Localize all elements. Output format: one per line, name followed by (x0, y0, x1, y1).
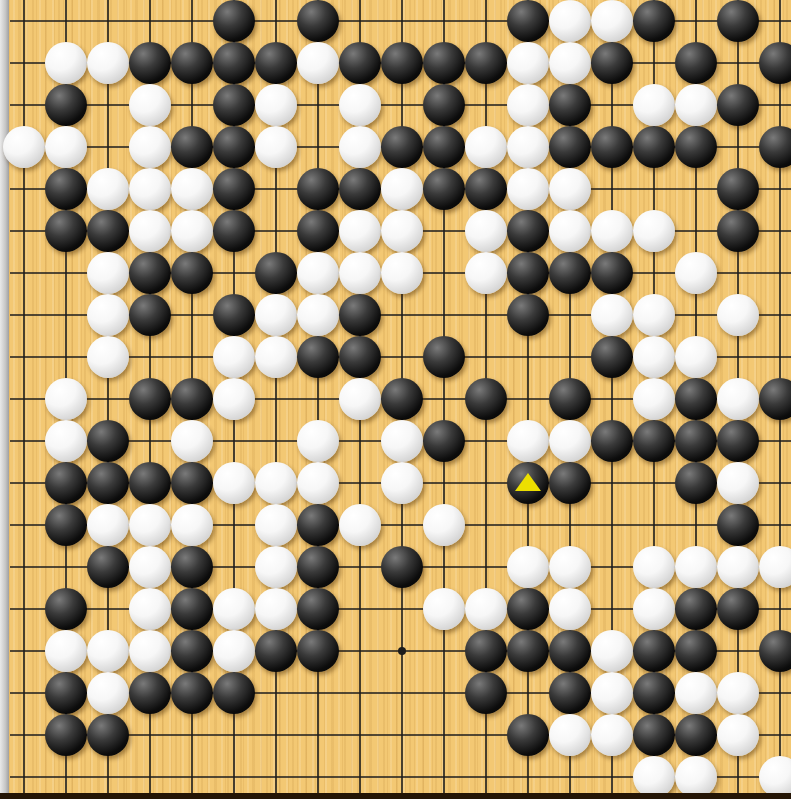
stone-black[interactable] (591, 126, 633, 168)
stone-black[interactable] (717, 210, 759, 252)
stone-black[interactable] (45, 210, 87, 252)
stone-black[interactable] (213, 168, 255, 210)
stone-white[interactable] (129, 84, 171, 126)
stone-white[interactable] (465, 210, 507, 252)
stone-white[interactable] (507, 126, 549, 168)
stone-black[interactable] (45, 714, 87, 756)
stone-white[interactable] (213, 378, 255, 420)
stone-black[interactable] (87, 546, 129, 588)
stone-black[interactable] (297, 630, 339, 672)
stone-white[interactable] (549, 168, 591, 210)
stone-black[interactable] (591, 252, 633, 294)
stone-white[interactable] (465, 252, 507, 294)
stone-white[interactable] (213, 336, 255, 378)
stone-black[interactable] (297, 588, 339, 630)
stone-black[interactable] (465, 168, 507, 210)
stone-white[interactable] (129, 168, 171, 210)
stone-black[interactable] (213, 0, 255, 42)
stone-white[interactable] (507, 84, 549, 126)
stone-black[interactable] (423, 42, 465, 84)
stone-black[interactable] (507, 630, 549, 672)
bottom-border-strip (0, 793, 791, 799)
stone-white[interactable] (297, 462, 339, 504)
stone-black[interactable] (633, 0, 675, 42)
stone-white[interactable] (129, 126, 171, 168)
stone-white[interactable] (45, 126, 87, 168)
stone-black[interactable] (633, 630, 675, 672)
stone-white[interactable] (465, 126, 507, 168)
stone-white[interactable] (675, 672, 717, 714)
stone-black[interactable] (549, 672, 591, 714)
stone-white[interactable] (87, 630, 129, 672)
stone-black[interactable] (213, 84, 255, 126)
stone-black[interactable] (717, 84, 759, 126)
stone-white[interactable] (633, 336, 675, 378)
stone-black[interactable] (381, 546, 423, 588)
stone-white[interactable] (633, 210, 675, 252)
stone-white[interactable] (591, 210, 633, 252)
stone-black[interactable] (45, 588, 87, 630)
stone-black[interactable] (171, 378, 213, 420)
stone-black[interactable] (339, 42, 381, 84)
stone-white[interactable] (591, 714, 633, 756)
stone-white[interactable] (171, 168, 213, 210)
stone-white[interactable] (339, 378, 381, 420)
stone-white[interactable] (675, 84, 717, 126)
stone-white[interactable] (213, 588, 255, 630)
stone-white[interactable] (297, 252, 339, 294)
stone-black[interactable] (171, 546, 213, 588)
stone-white[interactable] (633, 756, 675, 798)
stone-black[interactable] (129, 294, 171, 336)
stone-black[interactable] (717, 588, 759, 630)
stone-white[interactable] (717, 672, 759, 714)
stone-white[interactable] (87, 168, 129, 210)
stone-black[interactable] (87, 210, 129, 252)
stone-black[interactable] (297, 504, 339, 546)
stone-white[interactable] (255, 126, 297, 168)
stone-black[interactable] (507, 0, 549, 42)
stone-white[interactable] (339, 126, 381, 168)
stone-white[interactable] (255, 336, 297, 378)
stone-black[interactable] (717, 420, 759, 462)
stone-white[interactable] (339, 252, 381, 294)
stone-black[interactable] (255, 42, 297, 84)
stone-black[interactable] (45, 504, 87, 546)
stone-black[interactable] (45, 672, 87, 714)
stone-black[interactable] (255, 630, 297, 672)
stone-black[interactable] (423, 420, 465, 462)
stone-white[interactable] (339, 84, 381, 126)
stone-white[interactable] (213, 462, 255, 504)
stone-black[interactable] (591, 420, 633, 462)
stone-white[interactable] (549, 42, 591, 84)
stone-white[interactable] (171, 210, 213, 252)
stone-black[interactable] (507, 252, 549, 294)
stone-black[interactable] (675, 378, 717, 420)
stone-black[interactable] (675, 420, 717, 462)
stone-black[interactable] (591, 42, 633, 84)
stone-black[interactable] (423, 168, 465, 210)
stone-black[interactable] (591, 336, 633, 378)
stone-black[interactable] (45, 168, 87, 210)
stone-black[interactable] (339, 294, 381, 336)
stone-black[interactable] (633, 672, 675, 714)
stone-white[interactable] (297, 42, 339, 84)
stone-black[interactable] (171, 252, 213, 294)
stone-black[interactable] (549, 252, 591, 294)
stone-black[interactable] (717, 0, 759, 42)
stone-black[interactable] (129, 252, 171, 294)
stone-black[interactable] (87, 420, 129, 462)
stone-white[interactable] (87, 672, 129, 714)
stone-white[interactable] (129, 210, 171, 252)
stone-white[interactable] (633, 84, 675, 126)
stone-black[interactable] (45, 462, 87, 504)
stone-black[interactable] (423, 84, 465, 126)
stone-white[interactable] (255, 84, 297, 126)
stone-black[interactable] (675, 714, 717, 756)
stone-white[interactable] (3, 126, 45, 168)
stone-white[interactable] (675, 336, 717, 378)
stone-black[interactable] (129, 378, 171, 420)
stone-white[interactable] (633, 294, 675, 336)
stone-black[interactable] (297, 210, 339, 252)
stone-black[interactable] (171, 630, 213, 672)
stone-white[interactable] (213, 630, 255, 672)
stone-black[interactable] (213, 672, 255, 714)
stone-white[interactable] (255, 546, 297, 588)
stone-black[interactable] (717, 168, 759, 210)
stone-white[interactable] (129, 630, 171, 672)
stone-black[interactable] (171, 588, 213, 630)
stone-white[interactable] (45, 420, 87, 462)
stone-white[interactable] (717, 546, 759, 588)
stone-white[interactable] (591, 672, 633, 714)
stone-black[interactable] (381, 42, 423, 84)
stone-white[interactable] (549, 546, 591, 588)
stone-white[interactable] (633, 378, 675, 420)
stone-white[interactable] (255, 504, 297, 546)
stone-black[interactable] (507, 294, 549, 336)
stone-black[interactable] (633, 420, 675, 462)
stone-white[interactable] (549, 0, 591, 42)
stone-black[interactable] (213, 294, 255, 336)
stone-white[interactable] (549, 210, 591, 252)
stone-black[interactable] (633, 714, 675, 756)
stone-black[interactable] (423, 336, 465, 378)
stone-white[interactable] (381, 420, 423, 462)
stone-black[interactable] (129, 672, 171, 714)
stone-white[interactable] (717, 378, 759, 420)
stone-black[interactable] (87, 462, 129, 504)
stone-black[interactable] (171, 42, 213, 84)
stone-black[interactable] (465, 42, 507, 84)
stone-white[interactable] (171, 504, 213, 546)
stone-black[interactable] (675, 126, 717, 168)
stone-black[interactable] (87, 714, 129, 756)
stone-black[interactable] (675, 588, 717, 630)
stone-black[interactable] (171, 126, 213, 168)
stone-black[interactable] (129, 462, 171, 504)
stone-white[interactable] (87, 294, 129, 336)
stone-black[interactable] (297, 336, 339, 378)
stone-black[interactable] (255, 252, 297, 294)
stone-white[interactable] (717, 714, 759, 756)
stone-white[interactable] (633, 546, 675, 588)
stone-black[interactable] (213, 42, 255, 84)
stone-white[interactable] (591, 0, 633, 42)
stone-black[interactable] (171, 672, 213, 714)
stone-white[interactable] (381, 462, 423, 504)
stone-black[interactable] (297, 546, 339, 588)
stone-white[interactable] (507, 420, 549, 462)
stone-white[interactable] (255, 294, 297, 336)
stone-black[interactable] (675, 462, 717, 504)
stone-white[interactable] (45, 630, 87, 672)
stone-black[interactable] (213, 210, 255, 252)
stone-white[interactable] (675, 252, 717, 294)
stone-black[interactable] (381, 126, 423, 168)
stone-white[interactable] (549, 420, 591, 462)
stone-black[interactable] (297, 0, 339, 42)
stone-black[interactable] (507, 210, 549, 252)
stone-black[interactable] (549, 630, 591, 672)
stone-black[interactable] (507, 588, 549, 630)
stone-black[interactable] (549, 462, 591, 504)
stone-white[interactable] (633, 588, 675, 630)
stone-white[interactable] (129, 504, 171, 546)
stone-white[interactable] (87, 42, 129, 84)
stone-white[interactable] (507, 42, 549, 84)
stone-white[interactable] (675, 756, 717, 798)
stone-white[interactable] (87, 252, 129, 294)
stone-white[interactable] (507, 168, 549, 210)
stone-black[interactable] (45, 84, 87, 126)
stone-white[interactable] (297, 294, 339, 336)
stone-black[interactable] (717, 504, 759, 546)
stone-white[interactable] (423, 504, 465, 546)
stone-white[interactable] (45, 378, 87, 420)
stone-white[interactable] (297, 420, 339, 462)
stone-black[interactable] (465, 672, 507, 714)
stone-white[interactable] (381, 168, 423, 210)
stone-black[interactable] (213, 126, 255, 168)
triangle-marker (515, 473, 541, 491)
stone-black[interactable] (339, 336, 381, 378)
stone-white[interactable] (717, 462, 759, 504)
stone-white[interactable] (717, 294, 759, 336)
stone-black[interactable] (549, 378, 591, 420)
stone-white[interactable] (549, 588, 591, 630)
stone-black[interactable] (423, 126, 465, 168)
left-border-strip (0, 0, 9, 799)
stone-white[interactable] (87, 336, 129, 378)
stone-white[interactable] (381, 210, 423, 252)
stone-black[interactable] (381, 378, 423, 420)
stone-white[interactable] (87, 504, 129, 546)
go-board[interactable] (0, 0, 791, 799)
stone-black[interactable] (465, 378, 507, 420)
stone-white[interactable] (465, 588, 507, 630)
stone-white[interactable] (591, 630, 633, 672)
stone-black[interactable] (507, 714, 549, 756)
stone-white[interactable] (549, 714, 591, 756)
stone-black[interactable] (129, 42, 171, 84)
stone-black[interactable] (339, 168, 381, 210)
stone-black[interactable] (297, 168, 339, 210)
stone-black[interactable] (549, 84, 591, 126)
stone-black[interactable] (633, 126, 675, 168)
stone-white[interactable] (255, 462, 297, 504)
star-point (398, 647, 406, 655)
stone-white[interactable] (129, 546, 171, 588)
stone-white[interactable] (339, 504, 381, 546)
stone-black[interactable] (675, 42, 717, 84)
stone-white[interactable] (507, 546, 549, 588)
stone-white[interactable] (255, 588, 297, 630)
stone-white[interactable] (423, 588, 465, 630)
stone-white[interactable] (591, 294, 633, 336)
stone-white[interactable] (129, 588, 171, 630)
stone-white[interactable] (171, 420, 213, 462)
stone-white[interactable] (675, 546, 717, 588)
stone-black[interactable] (675, 630, 717, 672)
stone-black[interactable] (171, 462, 213, 504)
stone-black[interactable] (465, 630, 507, 672)
stone-black[interactable] (549, 126, 591, 168)
stone-white[interactable] (381, 252, 423, 294)
stone-white[interactable] (339, 210, 381, 252)
stone-white[interactable] (45, 42, 87, 84)
